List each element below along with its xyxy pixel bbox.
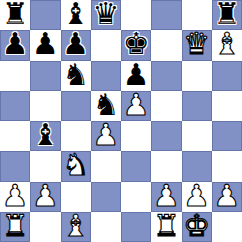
white-bishop: ♝ (62, 212, 89, 241)
square-g8[interactable] (182, 0, 212, 30)
chess-diagram: ♜♝♛♜♟♟♟♚♛♝♞♟♞♟♝♟♞♟♟♟♟♟♜♝♜♚ (0, 0, 242, 242)
white-pawn: ♟ (153, 182, 180, 211)
white-queen: ♛ (183, 30, 210, 59)
square-g7[interactable]: ♛ (182, 30, 212, 60)
square-c7[interactable]: ♟ (61, 30, 91, 60)
white-pawn: ♟ (92, 121, 119, 150)
black-bishop: ♝ (32, 121, 59, 150)
black-knight: ♞ (92, 91, 119, 120)
black-pawn: ♟ (2, 30, 29, 59)
square-e6[interactable]: ♟ (121, 61, 151, 91)
square-a8[interactable]: ♜ (0, 0, 30, 30)
square-f1[interactable]: ♜ (151, 212, 181, 242)
square-c6[interactable]: ♞ (61, 61, 91, 91)
square-h5[interactable] (212, 91, 242, 121)
square-c8[interactable]: ♝ (61, 0, 91, 30)
square-e8[interactable] (121, 0, 151, 30)
square-h4[interactable] (212, 121, 242, 151)
square-a6[interactable] (0, 61, 30, 91)
square-b6[interactable] (30, 61, 60, 91)
square-e7[interactable]: ♚ (121, 30, 151, 60)
chess-board: ♜♝♛♜♟♟♟♚♛♝♞♟♞♟♝♟♞♟♟♟♟♟♜♝♜♚ (0, 0, 242, 242)
square-a5[interactable] (0, 91, 30, 121)
white-pawn: ♟ (213, 182, 240, 211)
square-h3[interactable] (212, 151, 242, 181)
square-e4[interactable] (121, 121, 151, 151)
square-h2[interactable]: ♟ (212, 182, 242, 212)
square-c2[interactable] (61, 182, 91, 212)
square-f5[interactable] (151, 91, 181, 121)
square-h8[interactable]: ♜ (212, 0, 242, 30)
black-king: ♚ (123, 30, 150, 59)
square-h1[interactable] (212, 212, 242, 242)
square-g1[interactable]: ♚ (182, 212, 212, 242)
square-g2[interactable]: ♟ (182, 182, 212, 212)
black-pawn: ♟ (123, 61, 150, 90)
square-d7[interactable] (91, 30, 121, 60)
white-king: ♚ (183, 212, 210, 241)
black-bishop: ♝ (62, 0, 89, 29)
square-e3[interactable] (121, 151, 151, 181)
square-g6[interactable] (182, 61, 212, 91)
square-b1[interactable] (30, 212, 60, 242)
square-e2[interactable] (121, 182, 151, 212)
square-b2[interactable]: ♟ (30, 182, 60, 212)
square-d2[interactable] (91, 182, 121, 212)
white-pawn: ♟ (2, 182, 29, 211)
black-pawn: ♟ (32, 30, 59, 59)
square-a1[interactable]: ♜ (0, 212, 30, 242)
black-rook: ♜ (213, 0, 240, 29)
square-d4[interactable]: ♟ (91, 121, 121, 151)
square-d8[interactable]: ♛ (91, 0, 121, 30)
square-b8[interactable] (30, 0, 60, 30)
square-f7[interactable] (151, 30, 181, 60)
white-pawn: ♟ (123, 91, 150, 120)
square-g5[interactable] (182, 91, 212, 121)
square-d5[interactable]: ♞ (91, 91, 121, 121)
square-c4[interactable] (61, 121, 91, 151)
square-g4[interactable] (182, 121, 212, 151)
square-e1[interactable] (121, 212, 151, 242)
square-b5[interactable] (30, 91, 60, 121)
white-rook: ♜ (2, 212, 29, 241)
square-g3[interactable] (182, 151, 212, 181)
black-rook: ♜ (2, 0, 29, 29)
square-a3[interactable] (0, 151, 30, 181)
square-h7[interactable]: ♝ (212, 30, 242, 60)
square-d1[interactable] (91, 212, 121, 242)
white-pawn: ♟ (32, 182, 59, 211)
white-knight: ♞ (62, 151, 89, 180)
black-knight: ♞ (62, 61, 89, 90)
square-f8[interactable] (151, 0, 181, 30)
square-f3[interactable] (151, 151, 181, 181)
black-queen: ♛ (92, 0, 119, 29)
square-f2[interactable]: ♟ (151, 182, 181, 212)
square-b7[interactable]: ♟ (30, 30, 60, 60)
black-pawn: ♟ (62, 30, 89, 59)
square-f4[interactable] (151, 121, 181, 151)
square-d3[interactable] (91, 151, 121, 181)
white-bishop: ♝ (213, 30, 240, 59)
square-c5[interactable] (61, 91, 91, 121)
square-b3[interactable] (30, 151, 60, 181)
square-c3[interactable]: ♞ (61, 151, 91, 181)
white-pawn: ♟ (183, 182, 210, 211)
square-f6[interactable] (151, 61, 181, 91)
square-e5[interactable]: ♟ (121, 91, 151, 121)
square-d6[interactable] (91, 61, 121, 91)
square-a2[interactable]: ♟ (0, 182, 30, 212)
square-a4[interactable] (0, 121, 30, 151)
square-c1[interactable]: ♝ (61, 212, 91, 242)
square-a7[interactable]: ♟ (0, 30, 30, 60)
white-rook: ♜ (153, 212, 180, 241)
square-b4[interactable]: ♝ (30, 121, 60, 151)
square-h6[interactable] (212, 61, 242, 91)
